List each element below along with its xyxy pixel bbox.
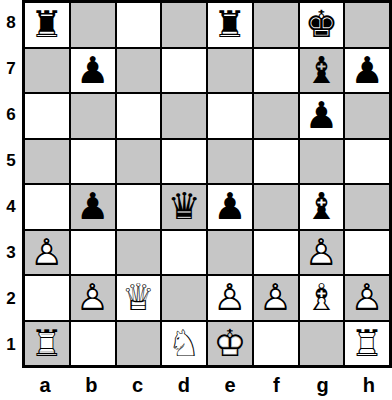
piece-glyph: ♗ — [305, 279, 338, 316]
rank-label-7: 7 — [0, 46, 22, 92]
piece-glyph: ♟ — [76, 188, 109, 225]
square-d8[interactable] — [162, 3, 206, 47]
piece-glyph: ♖ — [351, 325, 384, 362]
black-pawn-b7[interactable]: ♟ — [76, 52, 109, 89]
black-queen-d4[interactable]: ♛ — [168, 188, 201, 225]
rank-labels: 8 7 6 5 4 3 2 1 — [0, 0, 22, 368]
square-d6[interactable] — [162, 94, 206, 138]
square-d2[interactable] — [162, 276, 206, 320]
white-pawn-h2[interactable]: ♟♙ — [351, 279, 384, 316]
square-c8[interactable] — [117, 3, 161, 47]
square-c5[interactable] — [117, 140, 161, 184]
square-h5[interactable] — [345, 140, 389, 184]
white-pawn-f2[interactable]: ♟♙ — [259, 279, 292, 316]
square-c2[interactable]: ♛♕ — [117, 276, 161, 320]
square-b1[interactable] — [71, 322, 115, 366]
rank-label-1: 1 — [0, 322, 22, 368]
file-label-d: d — [161, 368, 207, 400]
white-knight-d1[interactable]: ♞♘ — [168, 325, 201, 362]
piece-glyph: ♕ — [122, 279, 155, 316]
piece-glyph: ♖ — [30, 325, 63, 362]
square-a8[interactable]: ♜ — [25, 3, 69, 47]
file-label-b: b — [68, 368, 114, 400]
piece-glyph: ♙ — [213, 279, 246, 316]
square-a1[interactable]: ♜♖ — [25, 322, 69, 366]
file-zone: a b c d e f g h — [0, 368, 392, 400]
square-b6[interactable] — [71, 94, 115, 138]
white-pawn-e2[interactable]: ♟♙ — [213, 279, 246, 316]
square-a5[interactable] — [25, 140, 69, 184]
file-label-c: c — [115, 368, 161, 400]
square-e7[interactable] — [208, 49, 252, 93]
square-g1[interactable] — [300, 322, 344, 366]
square-e4[interactable]: ♟ — [208, 185, 252, 229]
white-bishop-g2[interactable]: ♝♗ — [305, 279, 338, 316]
piece-glyph: ♝ — [305, 52, 338, 89]
square-a7[interactable] — [25, 49, 69, 93]
black-pawn-h7[interactable]: ♟ — [351, 52, 384, 89]
square-f7[interactable] — [254, 49, 298, 93]
board-zone: 8 7 6 5 4 3 2 1 ♜♜♚♟♝♟♟♟♛♟♝♟♙♟♙♟♙♛♕♟♙♟♙♝… — [0, 0, 392, 368]
square-d4[interactable]: ♛ — [162, 185, 206, 229]
black-bishop-g4[interactable]: ♝ — [305, 188, 338, 225]
piece-glyph: ♙ — [30, 234, 63, 271]
file-label-a: a — [22, 368, 68, 400]
square-f2[interactable]: ♟♙ — [254, 276, 298, 320]
square-f4[interactable] — [254, 185, 298, 229]
white-pawn-b2[interactable]: ♟♙ — [76, 279, 109, 316]
square-e5[interactable] — [208, 140, 252, 184]
piece-glyph: ♔ — [213, 325, 246, 362]
piece-glyph: ♟ — [351, 52, 384, 89]
black-pawn-e4[interactable]: ♟ — [213, 188, 246, 225]
square-h7[interactable]: ♟ — [345, 49, 389, 93]
square-b3[interactable] — [71, 231, 115, 275]
rank-label-8: 8 — [0, 0, 22, 46]
square-a6[interactable] — [25, 94, 69, 138]
white-rook-h1[interactable]: ♜♖ — [351, 325, 384, 362]
square-a2[interactable] — [25, 276, 69, 320]
square-g2[interactable]: ♝♗ — [300, 276, 344, 320]
file-label-g: g — [300, 368, 346, 400]
piece-glyph: ♜ — [30, 6, 63, 43]
square-d5[interactable] — [162, 140, 206, 184]
square-b2[interactable]: ♟♙ — [71, 276, 115, 320]
square-e6[interactable] — [208, 94, 252, 138]
file-label-f: f — [253, 368, 299, 400]
rank-label-4: 4 — [0, 184, 22, 230]
file-label-e: e — [207, 368, 253, 400]
square-e1[interactable]: ♚♔ — [208, 322, 252, 366]
rank-label-2: 2 — [0, 276, 22, 322]
square-f5[interactable] — [254, 140, 298, 184]
white-pawn-g3[interactable]: ♟♙ — [305, 234, 338, 271]
piece-glyph: ♝ — [305, 188, 338, 225]
square-g8[interactable]: ♚ — [300, 3, 344, 47]
square-h1[interactable]: ♜♖ — [345, 322, 389, 366]
black-pawn-g6[interactable]: ♟ — [305, 97, 338, 134]
square-f1[interactable] — [254, 322, 298, 366]
square-c3[interactable] — [117, 231, 161, 275]
piece-glyph: ♙ — [305, 234, 338, 271]
square-h3[interactable] — [345, 231, 389, 275]
square-b8[interactable] — [71, 3, 115, 47]
square-d1[interactable]: ♞♘ — [162, 322, 206, 366]
square-f8[interactable] — [254, 3, 298, 47]
black-bishop-g7[interactable]: ♝ — [305, 52, 338, 89]
square-h6[interactable] — [345, 94, 389, 138]
square-b5[interactable] — [71, 140, 115, 184]
piece-glyph: ♟ — [76, 52, 109, 89]
file-label-h: h — [346, 368, 392, 400]
rank-label-5: 5 — [0, 138, 22, 184]
square-c4[interactable] — [117, 185, 161, 229]
file-spacer — [0, 368, 22, 400]
square-b7[interactable]: ♟ — [71, 49, 115, 93]
white-pawn-a3[interactable]: ♟♙ — [30, 234, 63, 271]
square-g6[interactable]: ♟ — [300, 94, 344, 138]
piece-glyph: ♛ — [168, 188, 201, 225]
square-f6[interactable] — [254, 94, 298, 138]
square-g7[interactable]: ♝ — [300, 49, 344, 93]
white-rook-a1[interactable]: ♜♖ — [30, 325, 63, 362]
white-king-e1[interactable]: ♚♔ — [213, 325, 246, 362]
square-g4[interactable]: ♝ — [300, 185, 344, 229]
piece-glyph: ♘ — [168, 325, 201, 362]
piece-glyph: ♜ — [213, 6, 246, 43]
square-e2[interactable]: ♟♙ — [208, 276, 252, 320]
black-king-g8[interactable]: ♚ — [305, 6, 338, 43]
square-f3[interactable] — [254, 231, 298, 275]
black-rook-a8[interactable]: ♜ — [30, 6, 63, 43]
square-b4[interactable]: ♟ — [71, 185, 115, 229]
square-h2[interactable]: ♟♙ — [345, 276, 389, 320]
square-g3[interactable]: ♟♙ — [300, 231, 344, 275]
piece-glyph: ♙ — [76, 279, 109, 316]
chess-diagram: 8 7 6 5 4 3 2 1 ♜♜♚♟♝♟♟♟♛♟♝♟♙♟♙♟♙♛♕♟♙♟♙♝… — [0, 0, 392, 400]
square-h4[interactable] — [345, 185, 389, 229]
black-rook-e8[interactable]: ♜ — [213, 6, 246, 43]
file-labels: a b c d e f g h — [22, 368, 392, 400]
square-d7[interactable] — [162, 49, 206, 93]
black-pawn-b4[interactable]: ♟ — [76, 188, 109, 225]
square-c1[interactable] — [117, 322, 161, 366]
piece-glyph: ♙ — [259, 279, 292, 316]
rank-label-6: 6 — [0, 92, 22, 138]
square-e3[interactable] — [208, 231, 252, 275]
piece-glyph: ♙ — [351, 279, 384, 316]
square-a4[interactable] — [25, 185, 69, 229]
square-c6[interactable] — [117, 94, 161, 138]
chess-board: ♜♜♚♟♝♟♟♟♛♟♝♟♙♟♙♟♙♛♕♟♙♟♙♝♗♟♙♜♖♞♘♚♔♜♖ — [22, 0, 392, 368]
square-h8[interactable] — [345, 3, 389, 47]
piece-glyph: ♚ — [305, 6, 338, 43]
square-g5[interactable] — [300, 140, 344, 184]
rank-label-3: 3 — [0, 230, 22, 276]
square-c7[interactable] — [117, 49, 161, 93]
piece-glyph: ♟ — [305, 97, 338, 134]
piece-glyph: ♟ — [213, 188, 246, 225]
white-queen-c2[interactable]: ♛♕ — [122, 279, 155, 316]
square-e8[interactable]: ♜ — [208, 3, 252, 47]
square-a3[interactable]: ♟♙ — [25, 231, 69, 275]
square-d3[interactable] — [162, 231, 206, 275]
